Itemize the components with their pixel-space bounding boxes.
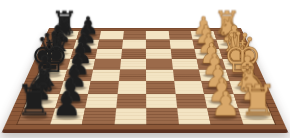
square-h2[interactable]: ♟ xyxy=(207,108,243,124)
square-a4[interactable] xyxy=(146,31,169,39)
square-f6[interactable] xyxy=(88,81,118,94)
square-g3[interactable] xyxy=(175,94,207,108)
square-d6[interactable] xyxy=(93,59,121,70)
square-c3[interactable] xyxy=(170,49,196,59)
square-c6[interactable] xyxy=(95,49,121,59)
black-rook-h8[interactable]: ♜ xyxy=(16,80,54,122)
square-d3[interactable] xyxy=(171,59,199,70)
square-g5[interactable] xyxy=(116,94,147,108)
square-b5[interactable] xyxy=(122,39,146,48)
square-h3[interactable] xyxy=(177,108,211,124)
square-d4[interactable] xyxy=(146,59,172,70)
square-d5[interactable] xyxy=(120,59,146,70)
square-e3[interactable] xyxy=(172,69,201,81)
square-a3[interactable] xyxy=(168,31,192,39)
square-f3[interactable] xyxy=(174,81,204,94)
white-rook-h1[interactable]: ♜ xyxy=(239,80,277,122)
chess-set-photo: ♜♟♟♜♞♟♟♞♝♟♟♝♛♟♟♛♚♟♟♚♝♟♟♝♞♟♟♞♜♟♟♜ xyxy=(0,0,290,138)
square-e4[interactable] xyxy=(146,69,174,81)
board-grid: ♜♟♟♜♞♟♟♞♝♟♟♝♛♟♟♛♚♟♟♚♝♟♟♝♞♟♟♞♜♟♟♜ xyxy=(16,31,276,125)
white-pawn-h2[interactable]: ♟ xyxy=(211,88,241,122)
chess-board: ♜♟♟♜♞♟♟♞♝♟♟♝♛♟♟♛♚♟♟♚♝♟♟♝♞♟♟♞♜♟♟♜ xyxy=(1,28,288,133)
square-h7[interactable]: ♟ xyxy=(50,108,85,124)
square-h5[interactable] xyxy=(114,108,146,124)
square-f5[interactable] xyxy=(117,81,146,94)
square-c5[interactable] xyxy=(121,49,146,59)
square-b4[interactable] xyxy=(146,39,170,48)
square-e6[interactable] xyxy=(91,69,120,81)
square-a6[interactable] xyxy=(99,31,123,39)
square-b6[interactable] xyxy=(97,39,122,48)
square-h4[interactable] xyxy=(146,108,178,124)
square-h1[interactable]: ♜ xyxy=(238,108,275,124)
square-f4[interactable] xyxy=(146,81,175,94)
square-g4[interactable] xyxy=(146,94,177,108)
square-a5[interactable] xyxy=(123,31,146,39)
square-h6[interactable] xyxy=(82,108,116,124)
square-c4[interactable] xyxy=(146,49,171,59)
black-pawn-h7[interactable]: ♟ xyxy=(51,88,81,122)
square-h8[interactable]: ♜ xyxy=(18,108,55,124)
square-g6[interactable] xyxy=(85,94,117,108)
square-e5[interactable] xyxy=(118,69,146,81)
square-b3[interactable] xyxy=(169,39,194,48)
